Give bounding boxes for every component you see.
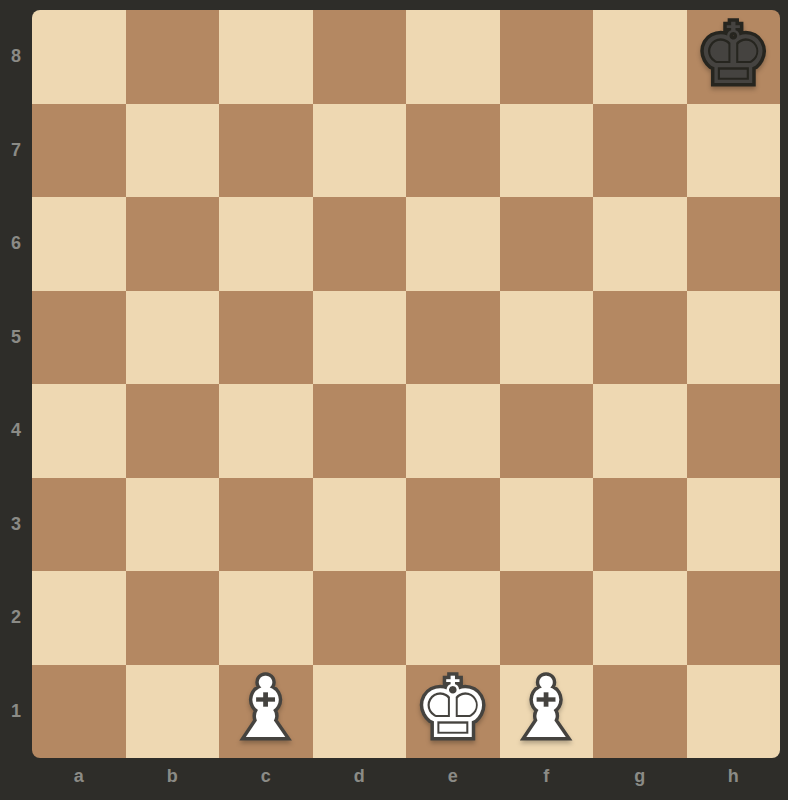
square-f7[interactable]	[500, 104, 594, 198]
square-b5[interactable]	[126, 291, 220, 385]
square-e2[interactable]	[406, 571, 500, 665]
square-d6[interactable]	[313, 197, 407, 291]
square-b6[interactable]	[126, 197, 220, 291]
square-e6[interactable]	[406, 197, 500, 291]
square-d5[interactable]	[313, 291, 407, 385]
square-a8[interactable]	[32, 10, 126, 104]
square-f6[interactable]	[500, 197, 594, 291]
rank-label-3: 3	[0, 478, 32, 572]
square-h1[interactable]	[687, 665, 781, 759]
square-g6[interactable]	[593, 197, 687, 291]
square-c4[interactable]	[219, 384, 313, 478]
square-a3[interactable]	[32, 478, 126, 572]
square-e1[interactable]: ♚♚	[406, 665, 500, 759]
square-e4[interactable]	[406, 384, 500, 478]
square-g7[interactable]	[593, 104, 687, 198]
square-f1[interactable]: ♝♝	[500, 665, 594, 759]
rank-labels: 87654321	[0, 10, 32, 758]
square-h2[interactable]	[687, 571, 781, 665]
square-h3[interactable]	[687, 478, 781, 572]
board-area: 87654321 ♚♚♝♝♚♚♝♝ abcdefgh	[32, 10, 780, 758]
square-d1[interactable]	[313, 665, 407, 759]
square-f5[interactable]	[500, 291, 594, 385]
white-bishop-glyph: ♝	[219, 665, 313, 759]
white-king-glyph: ♚	[406, 665, 500, 759]
square-f2[interactable]	[500, 571, 594, 665]
square-e3[interactable]	[406, 478, 500, 572]
square-h4[interactable]	[687, 384, 781, 478]
file-label-c: c	[219, 758, 313, 794]
chess-board[interactable]: ♚♚♝♝♚♚♝♝	[32, 10, 780, 758]
rank-label-8: 8	[0, 10, 32, 104]
square-c3[interactable]	[219, 478, 313, 572]
file-label-d: d	[313, 758, 407, 794]
square-b3[interactable]	[126, 478, 220, 572]
square-g5[interactable]	[593, 291, 687, 385]
rank-label-5: 5	[0, 291, 32, 385]
square-c7[interactable]	[219, 104, 313, 198]
square-f3[interactable]	[500, 478, 594, 572]
square-e8[interactable]	[406, 10, 500, 104]
file-label-b: b	[126, 758, 220, 794]
rank-label-2: 2	[0, 571, 32, 665]
rank-label-7: 7	[0, 104, 32, 198]
square-g3[interactable]	[593, 478, 687, 572]
square-f8[interactable]	[500, 10, 594, 104]
rank-label-6: 6	[0, 197, 32, 291]
square-g2[interactable]	[593, 571, 687, 665]
square-a6[interactable]	[32, 197, 126, 291]
piece-white-king-e1[interactable]: ♚♚	[406, 665, 500, 759]
square-d8[interactable]	[313, 10, 407, 104]
square-b7[interactable]	[126, 104, 220, 198]
square-d7[interactable]	[313, 104, 407, 198]
square-c2[interactable]	[219, 571, 313, 665]
square-h8[interactable]: ♚♚	[687, 10, 781, 104]
square-b8[interactable]	[126, 10, 220, 104]
square-a4[interactable]	[32, 384, 126, 478]
square-d4[interactable]	[313, 384, 407, 478]
file-label-h: h	[687, 758, 781, 794]
square-c6[interactable]	[219, 197, 313, 291]
white-bishop-glyph: ♝	[500, 665, 594, 759]
rank-label-4: 4	[0, 384, 32, 478]
square-a5[interactable]	[32, 291, 126, 385]
rank-label-1: 1	[0, 665, 32, 759]
file-label-e: e	[406, 758, 500, 794]
square-f4[interactable]	[500, 384, 594, 478]
file-label-a: a	[32, 758, 126, 794]
file-label-f: f	[500, 758, 594, 794]
file-label-g: g	[593, 758, 687, 794]
square-c5[interactable]	[219, 291, 313, 385]
square-d2[interactable]	[313, 571, 407, 665]
square-a2[interactable]	[32, 571, 126, 665]
square-b2[interactable]	[126, 571, 220, 665]
square-b4[interactable]	[126, 384, 220, 478]
square-h6[interactable]	[687, 197, 781, 291]
square-c1[interactable]: ♝♝	[219, 665, 313, 759]
square-h7[interactable]	[687, 104, 781, 198]
square-h5[interactable]	[687, 291, 781, 385]
square-g8[interactable]	[593, 10, 687, 104]
square-c8[interactable]	[219, 10, 313, 104]
square-b1[interactable]	[126, 665, 220, 759]
piece-black-king-h8[interactable]: ♚♚	[687, 10, 781, 104]
square-e7[interactable]	[406, 104, 500, 198]
square-e5[interactable]	[406, 291, 500, 385]
file-labels: abcdefgh	[32, 758, 780, 794]
square-g4[interactable]	[593, 384, 687, 478]
piece-white-bishop-c1[interactable]: ♝♝	[219, 665, 313, 759]
square-d3[interactable]	[313, 478, 407, 572]
square-a7[interactable]	[32, 104, 126, 198]
piece-white-bishop-f1[interactable]: ♝♝	[500, 665, 594, 759]
square-a1[interactable]	[32, 665, 126, 759]
black-king-glyph: ♚	[687, 10, 781, 104]
square-g1[interactable]	[593, 665, 687, 759]
